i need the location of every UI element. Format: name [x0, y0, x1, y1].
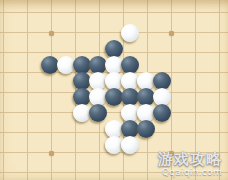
- black-stone: [89, 104, 107, 122]
- star-point: [169, 151, 174, 156]
- white-stone: [121, 136, 139, 154]
- screenshot: 游戏攻略 Qqaiqin.com: [0, 0, 228, 180]
- star-point: [49, 151, 54, 156]
- star-point: [49, 31, 54, 36]
- black-stone: [137, 120, 155, 138]
- black-stone: [153, 104, 171, 122]
- white-stone: [121, 24, 139, 42]
- star-point: [169, 31, 174, 36]
- gomoku-board[interactable]: [0, 0, 228, 180]
